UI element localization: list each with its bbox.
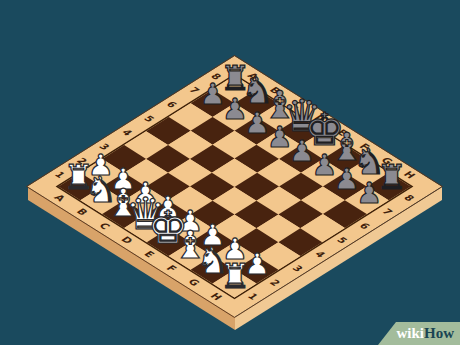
wikihow-badge: wikiHow xyxy=(378,322,460,345)
chessboard: ABCDEFGH ABCDEFGH 87654321 87654321 xyxy=(27,56,441,317)
illustration-scene: ABCDEFGH ABCDEFGH 87654321 87654321 ♜♞♝♛… xyxy=(0,0,460,345)
wikihow-wordmark-how: How xyxy=(424,326,454,341)
wikihow-wordmark-wiki: wiki xyxy=(396,326,424,341)
chessboard-grid xyxy=(56,74,414,299)
